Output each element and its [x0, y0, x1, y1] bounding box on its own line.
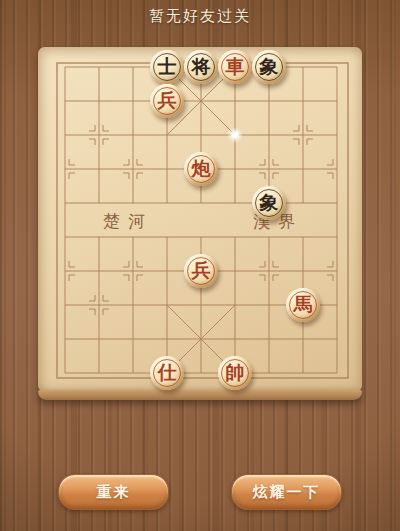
show-off-button[interactable]: 炫耀一下 [231, 474, 342, 510]
piece-glyph: 象 [260, 193, 279, 212]
piece-black-elephant[interactable]: 象 [252, 50, 286, 84]
xiangqi-board[interactable]: 楚河漢界 士将車象兵炮象兵馬仕帥 [38, 47, 362, 392]
piece-glyph: 馬 [294, 295, 313, 314]
piece-red-general[interactable]: 帥 [218, 356, 252, 390]
piece-glyph: 象 [260, 57, 279, 76]
piece-red-chariot[interactable]: 車 [218, 50, 252, 84]
last-move-marker [227, 127, 243, 143]
piece-glyph: 車 [226, 57, 245, 76]
piece-black-general[interactable]: 将 [184, 50, 218, 84]
pieces-layer: 士将車象兵炮象兵馬仕帥 [48, 50, 354, 390]
piece-glyph: 兵 [158, 91, 177, 110]
piece-black-advisor[interactable]: 士 [150, 50, 184, 84]
piece-glyph: 兵 [192, 261, 211, 280]
piece-glyph: 将 [192, 57, 211, 76]
piece-glyph: 仕 [158, 363, 177, 382]
piece-red-advisor[interactable]: 仕 [150, 356, 184, 390]
piece-red-soldier[interactable]: 兵 [184, 254, 218, 288]
restart-button[interactable]: 重来 [58, 474, 169, 510]
piece-red-cannon[interactable]: 炮 [184, 152, 218, 186]
board-edge [38, 390, 362, 400]
piece-glyph: 帥 [226, 363, 245, 382]
piece-red-horse[interactable]: 馬 [286, 288, 320, 322]
piece-black-elephant[interactable]: 象 [252, 186, 286, 220]
page-title: 暂无好友过关 [0, 7, 400, 26]
piece-glyph: 士 [158, 57, 177, 76]
app-background: { "app": { "title": "暂无好友过关" }, "game": … [0, 0, 400, 531]
piece-glyph: 炮 [192, 159, 211, 178]
piece-red-soldier[interactable]: 兵 [150, 84, 184, 118]
